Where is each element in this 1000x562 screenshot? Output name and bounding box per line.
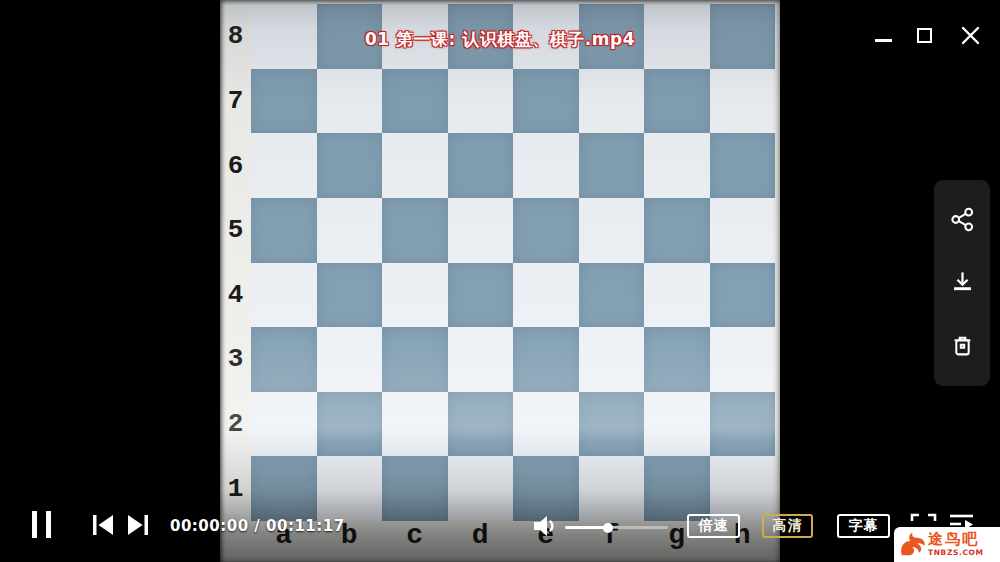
maximize-icon[interactable] <box>917 28 932 43</box>
rank-label-2: 2 <box>220 392 251 457</box>
time-display: 00:00:00 / 00:11:17 <box>170 517 345 535</box>
volume-slider-fill <box>565 526 608 529</box>
square-f7 <box>579 69 645 134</box>
square-a3 <box>251 327 317 392</box>
square-e2 <box>513 392 579 457</box>
previous-track-icon[interactable] <box>92 514 114 536</box>
square-g4 <box>644 263 710 328</box>
side-tool-panel <box>934 180 990 386</box>
rank-label-1: 1 <box>220 456 251 521</box>
square-g1 <box>644 456 710 521</box>
square-e7 <box>513 69 579 134</box>
square-d4 <box>448 263 514 328</box>
subtitle-button[interactable]: 字幕 <box>837 514 890 538</box>
square-h5 <box>710 198 776 263</box>
pause-bar <box>46 511 51 538</box>
square-e1 <box>513 456 579 521</box>
watermark-site-name: 途鸟吧 <box>928 532 984 547</box>
square-c7 <box>382 69 448 134</box>
square-e5 <box>513 198 579 263</box>
square-a5 <box>251 198 317 263</box>
player-window: 87654321 abcdefgh 01 第一课: 认识棋盘、棋子.mp4 <box>0 0 1000 562</box>
square-d6 <box>448 133 514 198</box>
square-c5 <box>382 198 448 263</box>
watermark-site-domain: TNBZS.COM <box>928 549 984 557</box>
bird-logo-icon <box>896 529 927 560</box>
square-a1 <box>251 456 317 521</box>
volume-slider-knob[interactable] <box>603 523 613 533</box>
square-h3 <box>710 327 776 392</box>
square-b2 <box>317 392 383 457</box>
square-f6 <box>579 133 645 198</box>
square-h1 <box>710 456 776 521</box>
square-b4 <box>317 263 383 328</box>
square-f1 <box>579 456 645 521</box>
square-d1 <box>448 456 514 521</box>
square-b3 <box>317 327 383 392</box>
square-h2 <box>710 392 776 457</box>
square-b7 <box>317 69 383 134</box>
square-d5 <box>448 198 514 263</box>
square-f3 <box>579 327 645 392</box>
share-icon[interactable] <box>948 206 976 234</box>
square-f5 <box>579 198 645 263</box>
quality-hd-button[interactable]: 高清 <box>762 514 813 538</box>
square-a4 <box>251 263 317 328</box>
square-h4 <box>710 263 776 328</box>
rank-label-6: 6 <box>220 133 251 198</box>
square-b5 <box>317 198 383 263</box>
square-c2 <box>382 392 448 457</box>
board-rank-labels: 87654321 <box>220 4 251 521</box>
square-c3 <box>382 327 448 392</box>
square-a6 <box>251 133 317 198</box>
minimize-icon[interactable] <box>875 39 892 42</box>
square-d2 <box>448 392 514 457</box>
trash-icon[interactable] <box>948 332 976 360</box>
square-g2 <box>644 392 710 457</box>
site-watermark: 途鸟吧 TNBZS.COM <box>894 527 1000 562</box>
square-g5 <box>644 198 710 263</box>
volume-slider[interactable] <box>565 526 668 529</box>
square-g3 <box>644 327 710 392</box>
square-c6 <box>382 133 448 198</box>
square-f2 <box>579 392 645 457</box>
square-g6 <box>644 133 710 198</box>
download-icon[interactable] <box>948 269 976 297</box>
speaker-icon[interactable] <box>532 513 559 539</box>
pause-icon[interactable] <box>32 511 51 538</box>
square-d3 <box>448 327 514 392</box>
chess-board <box>251 4 775 521</box>
square-a2 <box>251 392 317 457</box>
rank-label-3: 3 <box>220 327 251 392</box>
pause-bar <box>32 511 37 538</box>
square-d7 <box>448 69 514 134</box>
square-e3 <box>513 327 579 392</box>
square-c4 <box>382 263 448 328</box>
close-icon[interactable] <box>961 26 980 45</box>
square-h7 <box>710 69 776 134</box>
next-track-icon[interactable] <box>127 514 149 536</box>
square-g7 <box>644 69 710 134</box>
rank-label-7: 7 <box>220 69 251 134</box>
square-h6 <box>710 133 776 198</box>
rank-label-5: 5 <box>220 198 251 263</box>
rank-label-4: 4 <box>220 263 251 328</box>
square-c1 <box>382 456 448 521</box>
square-b6 <box>317 133 383 198</box>
square-e6 <box>513 133 579 198</box>
file-label-c: c <box>382 519 448 557</box>
file-label-d: d <box>448 519 514 557</box>
video-surface[interactable]: 87654321 abcdefgh 01 第一课: 认识棋盘、棋子.mp4 <box>220 0 780 562</box>
square-b1 <box>317 456 383 521</box>
video-title: 01 第一课: 认识棋盘、棋子.mp4 <box>220 28 780 51</box>
playback-speed-button[interactable]: 倍速 <box>687 514 740 538</box>
square-e4 <box>513 263 579 328</box>
square-a7 <box>251 69 317 134</box>
square-f4 <box>579 263 645 328</box>
